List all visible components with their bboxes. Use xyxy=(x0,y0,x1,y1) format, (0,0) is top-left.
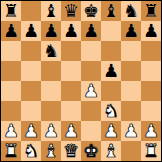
square-d7[interactable]: ♟ xyxy=(61,21,81,41)
black-knight-piece[interactable]: ♞ xyxy=(123,1,139,21)
square-g4[interactable] xyxy=(121,81,141,101)
square-h1[interactable]: ♜ xyxy=(141,141,161,161)
square-f5[interactable]: ♟ xyxy=(101,61,121,81)
square-b5[interactable] xyxy=(21,61,41,81)
black-rook-piece[interactable]: ♜ xyxy=(3,1,19,21)
white-pawn-piece[interactable]: ♟ xyxy=(3,121,19,141)
square-b1[interactable]: ♞ xyxy=(21,141,41,161)
square-a1[interactable]: ♜ xyxy=(1,141,21,161)
square-f6[interactable] xyxy=(101,41,121,61)
white-king-piece[interactable]: ♚ xyxy=(83,141,99,161)
square-h2[interactable]: ♟ xyxy=(141,121,161,141)
white-pawn-piece[interactable]: ♟ xyxy=(63,121,79,141)
black-queen-piece[interactable]: ♛ xyxy=(63,1,79,21)
square-a5[interactable] xyxy=(1,61,21,81)
square-e6[interactable] xyxy=(81,41,101,61)
white-bishop-piece[interactable]: ♝ xyxy=(43,141,59,161)
square-g8[interactable]: ♞ xyxy=(121,1,141,21)
white-pawn-piece[interactable]: ♟ xyxy=(83,81,99,101)
square-e5[interactable] xyxy=(81,61,101,81)
chess-board: ♜♝♛♚♝♞♜♟♟♟♟♟♟♟♞♟♟♞♟♟♟♟♟♟♟♜♞♝♛♚♝♜ xyxy=(1,1,161,161)
square-g5[interactable] xyxy=(121,61,141,81)
white-knight-piece[interactable]: ♞ xyxy=(23,141,39,161)
black-pawn-piece[interactable]: ♟ xyxy=(83,21,99,41)
black-pawn-piece[interactable]: ♟ xyxy=(143,21,159,41)
square-g7[interactable]: ♟ xyxy=(121,21,141,41)
square-d2[interactable]: ♟ xyxy=(61,121,81,141)
white-pawn-piece[interactable]: ♟ xyxy=(23,121,39,141)
square-b4[interactable] xyxy=(21,81,41,101)
square-a8[interactable]: ♜ xyxy=(1,1,21,21)
square-b7[interactable]: ♟ xyxy=(21,21,41,41)
white-pawn-piece[interactable]: ♟ xyxy=(143,121,159,141)
square-g2[interactable]: ♟ xyxy=(121,121,141,141)
square-e7[interactable]: ♟ xyxy=(81,21,101,41)
square-d4[interactable] xyxy=(61,81,81,101)
black-pawn-piece[interactable]: ♟ xyxy=(23,21,39,41)
black-pawn-piece[interactable]: ♟ xyxy=(3,21,19,41)
black-pawn-piece[interactable]: ♟ xyxy=(123,21,139,41)
chess-board-frame: ♜♝♛♚♝♞♜♟♟♟♟♟♟♟♞♟♟♞♟♟♟♟♟♟♟♜♞♝♛♚♝♜ xyxy=(0,0,162,162)
square-e4[interactable]: ♟ xyxy=(81,81,101,101)
square-f1[interactable]: ♝ xyxy=(101,141,121,161)
square-b2[interactable]: ♟ xyxy=(21,121,41,141)
square-h4[interactable] xyxy=(141,81,161,101)
square-h8[interactable]: ♜ xyxy=(141,1,161,21)
white-pawn-piece[interactable]: ♟ xyxy=(103,121,119,141)
square-f7[interactable] xyxy=(101,21,121,41)
square-c3[interactable] xyxy=(41,101,61,121)
square-f4[interactable] xyxy=(101,81,121,101)
square-c1[interactable]: ♝ xyxy=(41,141,61,161)
square-e2[interactable] xyxy=(81,121,101,141)
white-bishop-piece[interactable]: ♝ xyxy=(103,141,119,161)
square-h7[interactable]: ♟ xyxy=(141,21,161,41)
square-h6[interactable] xyxy=(141,41,161,61)
square-a4[interactable] xyxy=(1,81,21,101)
square-d6[interactable] xyxy=(61,41,81,61)
black-bishop-piece[interactable]: ♝ xyxy=(103,1,119,21)
black-pawn-piece[interactable]: ♟ xyxy=(63,21,79,41)
white-knight-piece[interactable]: ♞ xyxy=(103,101,119,121)
square-e3[interactable] xyxy=(81,101,101,121)
square-a3[interactable] xyxy=(1,101,21,121)
square-b8[interactable] xyxy=(21,1,41,21)
black-pawn-piece[interactable]: ♟ xyxy=(103,61,119,81)
white-queen-piece[interactable]: ♛ xyxy=(63,141,79,161)
black-pawn-piece[interactable]: ♟ xyxy=(43,21,59,41)
square-b6[interactable] xyxy=(21,41,41,61)
square-d1[interactable]: ♛ xyxy=(61,141,81,161)
square-c5[interactable] xyxy=(41,61,61,81)
square-d3[interactable] xyxy=(61,101,81,121)
square-e8[interactable]: ♚ xyxy=(81,1,101,21)
square-d5[interactable] xyxy=(61,61,81,81)
square-a6[interactable] xyxy=(1,41,21,61)
white-pawn-piece[interactable]: ♟ xyxy=(123,121,139,141)
white-pawn-piece[interactable]: ♟ xyxy=(43,121,59,141)
square-d8[interactable]: ♛ xyxy=(61,1,81,21)
square-b3[interactable] xyxy=(21,101,41,121)
square-a7[interactable]: ♟ xyxy=(1,21,21,41)
black-knight-piece[interactable]: ♞ xyxy=(43,41,59,61)
black-bishop-piece[interactable]: ♝ xyxy=(43,1,59,21)
square-f2[interactable]: ♟ xyxy=(101,121,121,141)
square-c7[interactable]: ♟ xyxy=(41,21,61,41)
white-rook-piece[interactable]: ♜ xyxy=(143,141,159,161)
square-f8[interactable]: ♝ xyxy=(101,1,121,21)
square-c4[interactable] xyxy=(41,81,61,101)
square-c6[interactable]: ♞ xyxy=(41,41,61,61)
square-c8[interactable]: ♝ xyxy=(41,1,61,21)
square-g6[interactable] xyxy=(121,41,141,61)
square-e1[interactable]: ♚ xyxy=(81,141,101,161)
black-rook-piece[interactable]: ♜ xyxy=(143,1,159,21)
black-king-piece[interactable]: ♚ xyxy=(83,1,99,21)
square-g1[interactable] xyxy=(121,141,141,161)
square-f3[interactable]: ♞ xyxy=(101,101,121,121)
square-c2[interactable]: ♟ xyxy=(41,121,61,141)
white-rook-piece[interactable]: ♜ xyxy=(3,141,19,161)
square-h3[interactable] xyxy=(141,101,161,121)
square-h5[interactable] xyxy=(141,61,161,81)
square-g3[interactable] xyxy=(121,101,141,121)
square-a2[interactable]: ♟ xyxy=(1,121,21,141)
